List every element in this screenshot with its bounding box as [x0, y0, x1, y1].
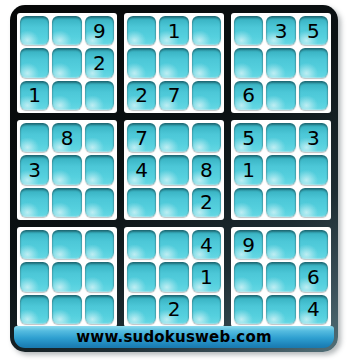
cell-r4c1[interactable] — [20, 123, 49, 152]
cell-r8c6[interactable]: 1 — [192, 262, 221, 291]
cell-r8c8[interactable] — [266, 262, 295, 291]
cell-r5c2[interactable] — [52, 155, 81, 184]
cell-r5c9[interactable] — [299, 155, 328, 184]
cell-r9c3[interactable] — [85, 295, 114, 324]
cell-r6c7[interactable] — [234, 188, 263, 217]
cell-r6c4[interactable] — [127, 188, 156, 217]
cell-r6c6[interactable]: 2 — [192, 188, 221, 217]
cell-r1c5[interactable]: 1 — [159, 16, 188, 45]
box-3-1 — [17, 227, 117, 327]
cell-r4c4[interactable]: 7 — [127, 123, 156, 152]
cell-r7c2[interactable] — [52, 230, 81, 259]
cell-r8c7[interactable] — [234, 262, 263, 291]
cell-r3c6[interactable] — [192, 81, 221, 110]
cell-r5c1[interactable]: 3 — [20, 155, 49, 184]
box-3-2: 412 — [124, 227, 224, 327]
board-frame: 921127356837482531412964 www.sudokusweb.… — [10, 5, 338, 352]
cell-r7c8[interactable] — [266, 230, 295, 259]
cell-r6c1[interactable] — [20, 188, 49, 217]
box-1-2: 127 — [124, 13, 224, 113]
box-3-3: 964 — [231, 227, 331, 327]
cell-r7c5[interactable] — [159, 230, 188, 259]
box-2-3: 531 — [231, 120, 331, 220]
cell-r5c5[interactable] — [159, 155, 188, 184]
cell-r4c8[interactable] — [266, 123, 295, 152]
cell-r1c9[interactable]: 5 — [299, 16, 328, 45]
cell-r9c5[interactable]: 2 — [159, 295, 188, 324]
cell-r1c4[interactable] — [127, 16, 156, 45]
cell-r3c9[interactable] — [299, 81, 328, 110]
cell-r1c8[interactable]: 3 — [266, 16, 295, 45]
cell-r6c8[interactable] — [266, 188, 295, 217]
cell-r9c4[interactable] — [127, 295, 156, 324]
cell-r9c8[interactable] — [266, 295, 295, 324]
cell-r4c6[interactable] — [192, 123, 221, 152]
cell-r7c7[interactable]: 9 — [234, 230, 263, 259]
cell-r9c6[interactable] — [192, 295, 221, 324]
cell-r8c4[interactable] — [127, 262, 156, 291]
cell-r8c5[interactable] — [159, 262, 188, 291]
cell-r1c2[interactable] — [52, 16, 81, 45]
cell-r6c5[interactable] — [159, 188, 188, 217]
cell-r7c4[interactable] — [127, 230, 156, 259]
cell-r9c9[interactable]: 4 — [299, 295, 328, 324]
cell-r1c1[interactable] — [20, 16, 49, 45]
cell-r4c7[interactable]: 5 — [234, 123, 263, 152]
cell-r7c6[interactable]: 4 — [192, 230, 221, 259]
cell-r5c7[interactable]: 1 — [234, 155, 263, 184]
site-link[interactable]: www.sudokusweb.com — [14, 326, 334, 348]
cell-r6c3[interactable] — [85, 188, 114, 217]
cell-r2c1[interactable] — [20, 48, 49, 77]
cell-r2c3[interactable]: 2 — [85, 48, 114, 77]
cell-r8c1[interactable] — [20, 262, 49, 291]
cell-r4c2[interactable]: 8 — [52, 123, 81, 152]
cell-r3c5[interactable]: 7 — [159, 81, 188, 110]
cell-r2c5[interactable] — [159, 48, 188, 77]
cell-r3c7[interactable]: 6 — [234, 81, 263, 110]
sudoku-board: 921127356837482531412964 — [17, 13, 331, 327]
cell-r1c3[interactable]: 9 — [85, 16, 114, 45]
cell-r3c3[interactable] — [85, 81, 114, 110]
cell-r2c9[interactable] — [299, 48, 328, 77]
cell-r3c4[interactable]: 2 — [127, 81, 156, 110]
cell-r9c1[interactable] — [20, 295, 49, 324]
cell-r2c6[interactable] — [192, 48, 221, 77]
cell-r8c3[interactable] — [85, 262, 114, 291]
cell-r6c2[interactable] — [52, 188, 81, 217]
box-2-1: 83 — [17, 120, 117, 220]
box-2-2: 7482 — [124, 120, 224, 220]
cell-r3c8[interactable] — [266, 81, 295, 110]
cell-r7c1[interactable] — [20, 230, 49, 259]
cell-r5c3[interactable] — [85, 155, 114, 184]
cell-r5c8[interactable] — [266, 155, 295, 184]
cell-r2c2[interactable] — [52, 48, 81, 77]
box-1-1: 921 — [17, 13, 117, 113]
cell-r7c3[interactable] — [85, 230, 114, 259]
cell-r2c4[interactable] — [127, 48, 156, 77]
cell-r4c5[interactable] — [159, 123, 188, 152]
cell-r1c6[interactable] — [192, 16, 221, 45]
cell-r8c9[interactable]: 6 — [299, 262, 328, 291]
box-1-3: 356 — [231, 13, 331, 113]
cell-r6c9[interactable] — [299, 188, 328, 217]
cell-r9c2[interactable] — [52, 295, 81, 324]
cell-r2c8[interactable] — [266, 48, 295, 77]
cell-r8c2[interactable] — [52, 262, 81, 291]
cell-r9c7[interactable] — [234, 295, 263, 324]
cell-r7c9[interactable] — [299, 230, 328, 259]
cell-r3c2[interactable] — [52, 81, 81, 110]
cell-r4c9[interactable]: 3 — [299, 123, 328, 152]
cell-r3c1[interactable]: 1 — [20, 81, 49, 110]
cell-r2c7[interactable] — [234, 48, 263, 77]
cell-r5c4[interactable]: 4 — [127, 155, 156, 184]
cell-r1c7[interactable] — [234, 16, 263, 45]
cell-r4c3[interactable] — [85, 123, 114, 152]
cell-r5c6[interactable]: 8 — [192, 155, 221, 184]
